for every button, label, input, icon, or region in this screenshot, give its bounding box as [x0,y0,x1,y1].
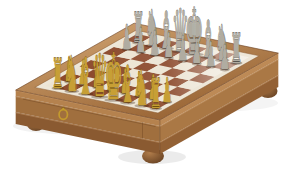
chess-scene-svg: ♜♞♝♟♛♟♚♟♝♟♞♟♜♟♟♟♟♟♟♜♟♞♟♝♟♛♟♚♟♝♞♜ [0,0,290,170]
black-pawn-e7[interactable]: ♟ [178,28,188,68]
black-pawn-a7[interactable]: ♟ [122,16,132,56]
black-pawn-f7[interactable]: ♟ [192,31,202,71]
white-bishop-f1[interactable]: ♝ [120,55,135,114]
white-rook-a1[interactable]: ♜ [52,49,64,97]
white-knight-b1[interactable]: ♞ [65,45,79,103]
white-pawn-h2[interactable]: ♟ [162,69,172,109]
black-pawn-g7[interactable]: ♟ [206,34,216,74]
black-pawn-b7[interactable]: ♟ [136,19,146,59]
black-pawn-d7[interactable]: ♟ [164,25,174,65]
black-pawn-c7[interactable]: ♟ [150,22,160,62]
black-rook-h8[interactable]: ♜ [230,24,242,72]
white-knight-g1[interactable]: ♞ [135,59,149,117]
chess-set-photo: ♜♞♝♟♛♟♚♟♝♟♞♟♜♟♟♟♟♟♟♜♟♞♟♝♟♛♟♚♟♝♞♜ [0,0,290,170]
white-rook-h1[interactable]: ♜ [150,69,162,117]
black-pawn-h7[interactable]: ♟ [220,37,230,77]
